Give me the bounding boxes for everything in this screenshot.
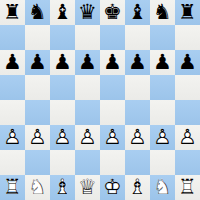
square-e6[interactable]: ♟ xyxy=(100,50,125,75)
square-b8[interactable]: ♞ xyxy=(25,0,50,25)
square-g8[interactable]: ♞ xyxy=(150,0,175,25)
piece-fill: ♝ xyxy=(50,0,75,25)
square-d7[interactable] xyxy=(75,25,100,50)
white-rook[interactable]: ♜♖ xyxy=(0,175,25,200)
square-e1[interactable]: ♚♔ xyxy=(100,175,125,200)
black-pawn[interactable]: ♟ xyxy=(75,50,100,75)
square-b4[interactable] xyxy=(25,100,50,125)
square-e3[interactable]: ♟♙ xyxy=(100,125,125,150)
square-d1[interactable]: ♛♕ xyxy=(75,175,100,200)
square-e2[interactable] xyxy=(100,150,125,175)
piece-outline: ♖ xyxy=(175,175,200,200)
square-f1[interactable]: ♝♗ xyxy=(125,175,150,200)
black-knight[interactable]: ♞ xyxy=(150,0,175,25)
piece-outline: ♕ xyxy=(75,175,100,200)
square-f3[interactable]: ♟♙ xyxy=(125,125,150,150)
piece-outline: ♙ xyxy=(0,125,25,150)
square-d4[interactable] xyxy=(75,100,100,125)
square-c2[interactable] xyxy=(50,150,75,175)
square-h8[interactable]: ♜ xyxy=(175,0,200,25)
square-a6[interactable]: ♟ xyxy=(0,50,25,75)
square-d5[interactable] xyxy=(75,75,100,100)
square-a2[interactable] xyxy=(0,150,25,175)
piece-outline: ♔ xyxy=(100,175,125,200)
piece-outline: ♙ xyxy=(125,125,150,150)
square-g1[interactable]: ♞♘ xyxy=(150,175,175,200)
square-c5[interactable] xyxy=(50,75,75,100)
white-pawn[interactable]: ♟♙ xyxy=(25,125,50,150)
black-rook[interactable]: ♜ xyxy=(0,0,25,25)
piece-outline: ♙ xyxy=(100,125,125,150)
white-rook[interactable]: ♜♖ xyxy=(175,175,200,200)
piece-outline: ♗ xyxy=(125,175,150,200)
white-pawn[interactable]: ♟♙ xyxy=(125,125,150,150)
square-a5[interactable] xyxy=(0,75,25,100)
square-h2[interactable] xyxy=(175,150,200,175)
square-e8[interactable]: ♚ xyxy=(100,0,125,25)
square-g6[interactable]: ♟ xyxy=(150,50,175,75)
white-pawn[interactable]: ♟♙ xyxy=(100,125,125,150)
square-b5[interactable] xyxy=(25,75,50,100)
square-d2[interactable] xyxy=(75,150,100,175)
piece-outline: ♖ xyxy=(0,175,25,200)
square-a3[interactable]: ♟♙ xyxy=(0,125,25,150)
piece-fill: ♟ xyxy=(150,50,175,75)
square-a8[interactable]: ♜ xyxy=(0,0,25,25)
square-c1[interactable]: ♝♗ xyxy=(50,175,75,200)
white-bishop[interactable]: ♝♗ xyxy=(50,175,75,200)
square-b1[interactable]: ♞♘ xyxy=(25,175,50,200)
piece-fill: ♜ xyxy=(175,0,200,25)
piece-outline: ♙ xyxy=(150,125,175,150)
piece-fill: ♟ xyxy=(175,50,200,75)
black-pawn[interactable]: ♟ xyxy=(150,50,175,75)
white-queen[interactable]: ♛♕ xyxy=(75,175,100,200)
white-king[interactable]: ♚♔ xyxy=(100,175,125,200)
square-b2[interactable] xyxy=(25,150,50,175)
piece-fill: ♜ xyxy=(0,0,25,25)
piece-outline: ♘ xyxy=(25,175,50,200)
square-f2[interactable] xyxy=(125,150,150,175)
black-bishop[interactable]: ♝ xyxy=(50,0,75,25)
square-b7[interactable] xyxy=(25,25,50,50)
square-g5[interactable] xyxy=(150,75,175,100)
square-d8[interactable]: ♛ xyxy=(75,0,100,25)
black-pawn[interactable]: ♟ xyxy=(125,50,150,75)
square-g3[interactable]: ♟♙ xyxy=(150,125,175,150)
black-pawn[interactable]: ♟ xyxy=(100,50,125,75)
square-h1[interactable]: ♜♖ xyxy=(175,175,200,200)
black-bishop[interactable]: ♝ xyxy=(125,0,150,25)
square-h5[interactable] xyxy=(175,75,200,100)
square-f6[interactable]: ♟ xyxy=(125,50,150,75)
square-c7[interactable] xyxy=(50,25,75,50)
piece-fill: ♟ xyxy=(75,50,100,75)
square-h7[interactable] xyxy=(175,25,200,50)
white-pawn[interactable]: ♟♙ xyxy=(175,125,200,150)
white-pawn[interactable]: ♟♙ xyxy=(0,125,25,150)
black-pawn[interactable]: ♟ xyxy=(50,50,75,75)
square-c8[interactable]: ♝ xyxy=(50,0,75,25)
white-pawn[interactable]: ♟♙ xyxy=(75,125,100,150)
black-pawn[interactable]: ♟ xyxy=(175,50,200,75)
piece-fill: ♝ xyxy=(125,0,150,25)
piece-outline: ♙ xyxy=(50,125,75,150)
square-d6[interactable]: ♟ xyxy=(75,50,100,75)
piece-outline: ♗ xyxy=(50,175,75,200)
square-d3[interactable]: ♟♙ xyxy=(75,125,100,150)
white-knight[interactable]: ♞♘ xyxy=(150,175,175,200)
square-f4[interactable] xyxy=(125,100,150,125)
square-h3[interactable]: ♟♙ xyxy=(175,125,200,150)
square-h4[interactable] xyxy=(175,100,200,125)
white-pawn[interactable]: ♟♙ xyxy=(50,125,75,150)
black-pawn[interactable]: ♟ xyxy=(0,50,25,75)
piece-fill: ♛ xyxy=(75,0,100,25)
square-b3[interactable]: ♟♙ xyxy=(25,125,50,150)
black-knight[interactable]: ♞ xyxy=(25,0,50,25)
chess-board: ♜♞♝♛♚♝♞♜♟♟♟♟♟♟♟♟♟♙♟♙♟♙♟♙♟♙♟♙♟♙♟♙♜♖♞♘♝♗♛♕… xyxy=(0,0,200,200)
piece-fill: ♟ xyxy=(125,50,150,75)
white-pawn[interactable]: ♟♙ xyxy=(150,125,175,150)
square-a7[interactable] xyxy=(0,25,25,50)
piece-fill: ♟ xyxy=(100,50,125,75)
black-queen[interactable]: ♛ xyxy=(75,0,100,25)
piece-fill: ♚ xyxy=(100,0,125,25)
square-g7[interactable] xyxy=(150,25,175,50)
black-pawn[interactable]: ♟ xyxy=(25,50,50,75)
piece-outline: ♙ xyxy=(25,125,50,150)
square-f8[interactable]: ♝ xyxy=(125,0,150,25)
piece-fill: ♞ xyxy=(25,0,50,25)
square-c4[interactable] xyxy=(50,100,75,125)
black-rook[interactable]: ♜ xyxy=(175,0,200,25)
piece-fill: ♟ xyxy=(50,50,75,75)
piece-fill: ♟ xyxy=(0,50,25,75)
white-knight[interactable]: ♞♘ xyxy=(25,175,50,200)
black-king[interactable]: ♚ xyxy=(100,0,125,25)
square-f5[interactable] xyxy=(125,75,150,100)
square-g2[interactable] xyxy=(150,150,175,175)
square-h6[interactable]: ♟ xyxy=(175,50,200,75)
piece-fill: ♟ xyxy=(25,50,50,75)
square-e4[interactable] xyxy=(100,100,125,125)
square-e7[interactable] xyxy=(100,25,125,50)
piece-fill: ♞ xyxy=(150,0,175,25)
square-b6[interactable]: ♟ xyxy=(25,50,50,75)
piece-outline: ♙ xyxy=(175,125,200,150)
white-bishop[interactable]: ♝♗ xyxy=(125,175,150,200)
square-g4[interactable] xyxy=(150,100,175,125)
piece-outline: ♘ xyxy=(150,175,175,200)
square-f7[interactable] xyxy=(125,25,150,50)
square-e5[interactable] xyxy=(100,75,125,100)
square-c6[interactable]: ♟ xyxy=(50,50,75,75)
square-c3[interactable]: ♟♙ xyxy=(50,125,75,150)
square-a1[interactable]: ♜♖ xyxy=(0,175,25,200)
piece-outline: ♙ xyxy=(75,125,100,150)
square-a4[interactable] xyxy=(0,100,25,125)
